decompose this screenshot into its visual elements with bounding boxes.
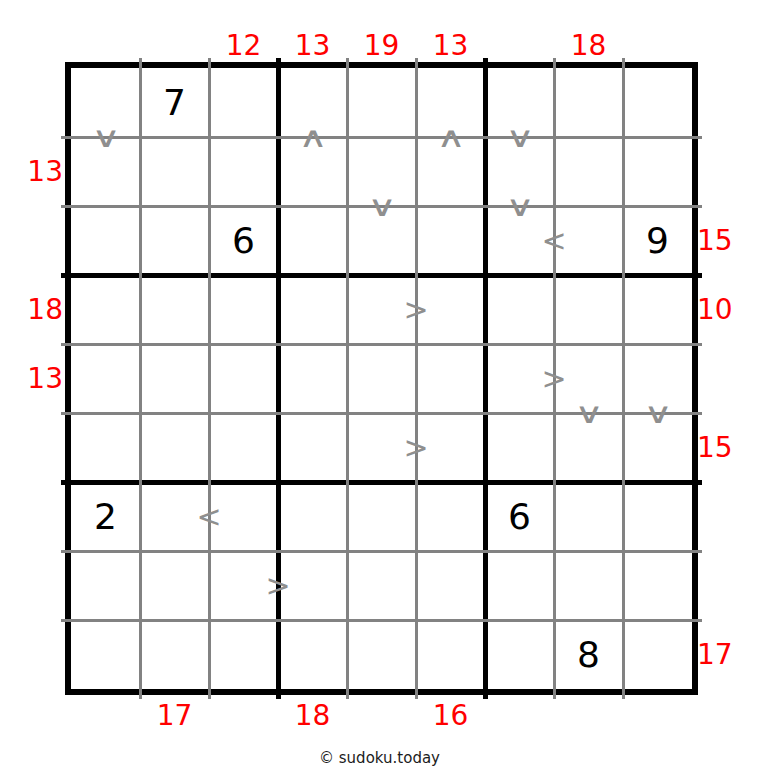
cell-r6c9[interactable] — [623, 413, 692, 482]
cell-r3c9[interactable]: 9 — [623, 206, 692, 275]
cell-r8c8[interactable] — [554, 551, 623, 620]
cell-r6c5[interactable] — [347, 413, 416, 482]
cell-r6c3[interactable] — [209, 413, 278, 482]
cell-r4c1[interactable] — [71, 275, 140, 344]
given-digit: 2 — [94, 499, 117, 535]
given-digit: 6 — [232, 223, 255, 259]
cell-r4c9[interactable] — [623, 275, 692, 344]
cell-r3c7[interactable] — [485, 206, 554, 275]
cell-r6c7[interactable] — [485, 413, 554, 482]
cell-r6c4[interactable] — [278, 413, 347, 482]
cell-r1c4[interactable] — [278, 68, 347, 137]
cell-r4c8[interactable] — [554, 275, 623, 344]
cell-r3c1[interactable] — [71, 206, 140, 275]
cell-r6c2[interactable] — [140, 413, 209, 482]
cell-r2c6[interactable] — [416, 137, 485, 206]
cell-r1c8[interactable] — [554, 68, 623, 137]
cell-r6c1[interactable] — [71, 413, 140, 482]
cell-r7c6[interactable] — [416, 482, 485, 551]
cell-r8c3[interactable] — [209, 551, 278, 620]
frame-clue-right-r4: 10 — [697, 295, 759, 325]
given-digit: 8 — [577, 637, 600, 673]
cell-r9c1[interactable] — [71, 620, 140, 689]
frame-clue-left-r2: 13 — [0, 157, 63, 187]
cell-r3c5[interactable] — [347, 206, 416, 275]
cell-r6c6[interactable] — [416, 413, 485, 482]
frame-clue-bottom-c6: 16 — [416, 701, 485, 731]
frame-clue-left-r4: 18 — [0, 295, 63, 325]
frame-clue-right-r9: 17 — [697, 640, 759, 670]
frame-clue-top-c5: 19 — [347, 31, 416, 61]
cell-r5c4[interactable] — [278, 344, 347, 413]
cell-r9c8[interactable]: 8 — [554, 620, 623, 689]
cell-r2c1[interactable] — [71, 137, 140, 206]
cell-r5c5[interactable] — [347, 344, 416, 413]
cell-r2c5[interactable] — [347, 137, 416, 206]
cell-r3c8[interactable] — [554, 206, 623, 275]
cell-r8c9[interactable] — [623, 551, 692, 620]
cell-r5c2[interactable] — [140, 344, 209, 413]
cell-r5c8[interactable] — [554, 344, 623, 413]
cell-r7c3[interactable] — [209, 482, 278, 551]
given-digit: 6 — [508, 499, 531, 535]
sudoku-board: 769268∨∧∧∨∨∨<>>∨∨><> — [65, 62, 698, 695]
cell-r2c3[interactable] — [209, 137, 278, 206]
cell-r8c4[interactable] — [278, 551, 347, 620]
cell-r9c7[interactable] — [485, 620, 554, 689]
cell-r9c5[interactable] — [347, 620, 416, 689]
cell-r5c7[interactable] — [485, 344, 554, 413]
frame-clue-left-r5: 13 — [0, 364, 63, 394]
frame-clue-top-c4: 13 — [278, 31, 347, 61]
frame-clue-top-c8: 18 — [554, 31, 623, 61]
cell-r4c5[interactable] — [347, 275, 416, 344]
cell-r9c3[interactable] — [209, 620, 278, 689]
cell-r7c5[interactable] — [347, 482, 416, 551]
cell-r8c1[interactable] — [71, 551, 140, 620]
cell-r4c7[interactable] — [485, 275, 554, 344]
cell-r5c3[interactable] — [209, 344, 278, 413]
cell-r1c6[interactable] — [416, 68, 485, 137]
frame-clue-right-r6: 15 — [697, 433, 759, 463]
cell-r1c3[interactable] — [209, 68, 278, 137]
cell-r1c1[interactable] — [71, 68, 140, 137]
frame-clue-top-c3: 12 — [209, 31, 278, 61]
cell-r5c6[interactable] — [416, 344, 485, 413]
cell-r2c9[interactable] — [623, 137, 692, 206]
cell-r3c6[interactable] — [416, 206, 485, 275]
cell-r8c7[interactable] — [485, 551, 554, 620]
frame-clue-bottom-c2: 17 — [140, 701, 209, 731]
cell-r9c6[interactable] — [416, 620, 485, 689]
cell-r7c1[interactable]: 2 — [71, 482, 140, 551]
cell-r4c6[interactable] — [416, 275, 485, 344]
cell-r4c3[interactable] — [209, 275, 278, 344]
cell-r8c5[interactable] — [347, 551, 416, 620]
cell-r9c2[interactable] — [140, 620, 209, 689]
cell-r2c8[interactable] — [554, 137, 623, 206]
cell-r2c4[interactable] — [278, 137, 347, 206]
cell-r4c2[interactable] — [140, 275, 209, 344]
cell-r5c9[interactable] — [623, 344, 692, 413]
cell-r7c9[interactable] — [623, 482, 692, 551]
cell-r3c2[interactable] — [140, 206, 209, 275]
cell-r8c2[interactable] — [140, 551, 209, 620]
frame-clue-right-r3: 15 — [697, 226, 759, 256]
cell-r7c2[interactable] — [140, 482, 209, 551]
frame-clue-top-c6: 13 — [416, 31, 485, 61]
cell-r1c7[interactable] — [485, 68, 554, 137]
cell-r7c7[interactable]: 6 — [485, 482, 554, 551]
given-digit: 9 — [646, 223, 669, 259]
cell-r9c9[interactable] — [623, 620, 692, 689]
cell-r1c9[interactable] — [623, 68, 692, 137]
cell-r3c4[interactable] — [278, 206, 347, 275]
frame-clue-bottom-c4: 18 — [278, 701, 347, 731]
cell-r7c8[interactable] — [554, 482, 623, 551]
cell-r7c4[interactable] — [278, 482, 347, 551]
cell-r8c6[interactable] — [416, 551, 485, 620]
sudoku-page: 769268∨∧∧∨∨∨<>>∨∨><> © sudoku.today 1213… — [0, 0, 759, 779]
footer-credit: © sudoku.today — [0, 749, 759, 767]
cell-r2c2[interactable] — [140, 137, 209, 206]
cell-r1c5[interactable] — [347, 68, 416, 137]
cell-r5c1[interactable] — [71, 344, 140, 413]
given-digit: 7 — [163, 85, 186, 121]
cell-r4c4[interactable] — [278, 275, 347, 344]
cell-r6c8[interactable] — [554, 413, 623, 482]
cell-r3c3[interactable]: 6 — [209, 206, 278, 275]
cell-r9c4[interactable] — [278, 620, 347, 689]
cell-r2c7[interactable] — [485, 137, 554, 206]
cell-r1c2[interactable]: 7 — [140, 68, 209, 137]
